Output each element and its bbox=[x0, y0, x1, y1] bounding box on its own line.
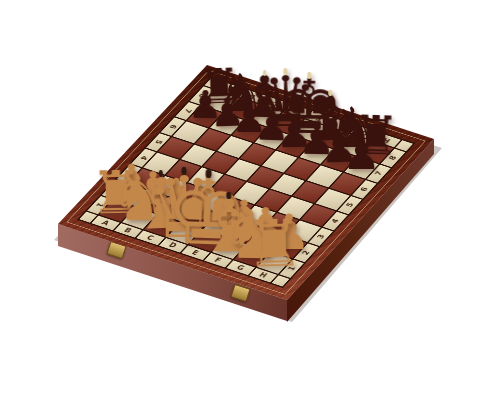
piece-finial bbox=[284, 68, 288, 75]
chess-board: ABCDEFGH8877665544332211ABCDEFGH bbox=[58, 65, 434, 300]
piece-finial bbox=[263, 71, 267, 77]
product-photo-scene: ABCDEFGH8877665544332211ABCDEFGH ♜♞♝♛♚♝♞… bbox=[0, 0, 500, 400]
piece-finial bbox=[307, 71, 312, 79]
piece-finial bbox=[328, 90, 332, 96]
